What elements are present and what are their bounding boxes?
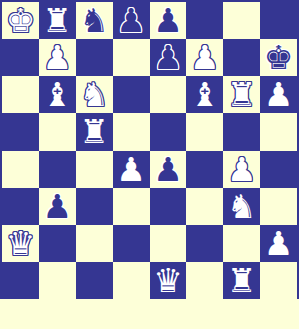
square-f6[interactable]: ♝ [186, 76, 223, 113]
square-g8[interactable] [223, 2, 260, 39]
square-c1[interactable] [76, 262, 113, 299]
square-e3[interactable] [150, 188, 187, 225]
square-b1[interactable] [39, 262, 76, 299]
square-h1[interactable] [260, 262, 297, 299]
piece-white-pawn: ♟ [190, 41, 220, 74]
piece-white-bishop: ♝ [190, 78, 220, 111]
square-g6[interactable]: ♜ [223, 76, 260, 113]
square-g5[interactable] [223, 113, 260, 150]
piece-black-pawn: ♟ [153, 153, 183, 186]
square-a8[interactable]: ♚ [2, 2, 39, 39]
piece-white-pawn: ♟ [264, 227, 294, 260]
piece-black-knight: ♞ [79, 4, 109, 37]
piece-black-pawn: ♟ [153, 4, 183, 37]
square-g2[interactable] [223, 225, 260, 262]
piece-white-queen: ♛ [6, 227, 36, 260]
piece-black-pawn: ♟ [116, 4, 146, 37]
square-c8[interactable]: ♞ [76, 2, 113, 39]
piece-white-bishop: ♝ [43, 78, 73, 111]
square-e1[interactable]: ♛ [150, 262, 187, 299]
square-a1[interactable] [2, 262, 39, 299]
piece-white-pawn: ♟ [116, 153, 146, 186]
square-c4[interactable] [76, 151, 113, 188]
square-b2[interactable] [39, 225, 76, 262]
square-c7[interactable] [76, 39, 113, 76]
square-h8[interactable] [260, 2, 297, 39]
square-e8[interactable]: ♟ [150, 2, 187, 39]
square-a7[interactable] [2, 39, 39, 76]
square-d6[interactable] [113, 76, 150, 113]
square-h6[interactable]: ♟ [260, 76, 297, 113]
square-c5[interactable]: ♜ [76, 113, 113, 150]
bottom-margin: 2006 [0, 299, 299, 329]
square-h4[interactable] [260, 151, 297, 188]
square-b4[interactable] [39, 151, 76, 188]
square-e6[interactable] [150, 76, 187, 113]
piece-white-rook: ♜ [43, 4, 73, 37]
piece-white-rook: ♜ [79, 115, 109, 148]
piece-white-knight: ♞ [79, 78, 109, 111]
square-e2[interactable] [150, 225, 187, 262]
square-f2[interactable] [186, 225, 223, 262]
square-e5[interactable] [150, 113, 187, 150]
square-h7[interactable]: ♚ [260, 39, 297, 76]
square-b3[interactable]: ♟ [39, 188, 76, 225]
square-a4[interactable] [2, 151, 39, 188]
square-c3[interactable] [76, 188, 113, 225]
chess-board: ♚♜♞♟♟♟♟♟♚♝♞♝♜♟♜♟♟♟♟♞♛♟♛♜ [0, 0, 299, 299]
square-b7[interactable]: ♟ [39, 39, 76, 76]
square-a2[interactable]: ♛ [2, 225, 39, 262]
square-c6[interactable]: ♞ [76, 76, 113, 113]
square-c2[interactable] [76, 225, 113, 262]
square-d7[interactable] [113, 39, 150, 76]
square-g3[interactable]: ♞ [223, 188, 260, 225]
square-b8[interactable]: ♜ [39, 2, 76, 39]
square-f4[interactable] [186, 151, 223, 188]
square-f3[interactable] [186, 188, 223, 225]
piece-white-rook: ♜ [227, 264, 257, 297]
square-e4[interactable]: ♟ [150, 151, 187, 188]
square-f7[interactable]: ♟ [186, 39, 223, 76]
square-d8[interactable]: ♟ [113, 2, 150, 39]
square-h2[interactable]: ♟ [260, 225, 297, 262]
piece-black-king: ♚ [264, 41, 294, 74]
piece-white-knight: ♞ [227, 190, 257, 223]
piece-white-rook: ♜ [227, 78, 257, 111]
square-b5[interactable] [39, 113, 76, 150]
square-h5[interactable] [260, 113, 297, 150]
piece-white-pawn: ♟ [264, 78, 294, 111]
square-g4[interactable]: ♟ [223, 151, 260, 188]
square-a6[interactable] [2, 76, 39, 113]
square-h3[interactable] [260, 188, 297, 225]
piece-black-pawn: ♟ [43, 190, 73, 223]
square-a5[interactable] [2, 113, 39, 150]
square-d3[interactable] [113, 188, 150, 225]
piece-white-queen: ♛ [153, 264, 183, 297]
square-e7[interactable]: ♟ [150, 39, 187, 76]
square-a3[interactable] [2, 188, 39, 225]
piece-white-pawn: ♟ [43, 41, 73, 74]
square-d1[interactable] [113, 262, 150, 299]
square-f8[interactable] [186, 2, 223, 39]
square-d4[interactable]: ♟ [113, 151, 150, 188]
square-d2[interactable] [113, 225, 150, 262]
square-f1[interactable] [186, 262, 223, 299]
square-f5[interactable] [186, 113, 223, 150]
square-b6[interactable]: ♝ [39, 76, 76, 113]
piece-white-king: ♚ [6, 4, 36, 37]
square-g1[interactable]: ♜ [223, 262, 260, 299]
square-d5[interactable] [113, 113, 150, 150]
piece-white-pawn: ♟ [227, 153, 257, 186]
square-g7[interactable] [223, 39, 260, 76]
piece-black-pawn: ♟ [153, 41, 183, 74]
